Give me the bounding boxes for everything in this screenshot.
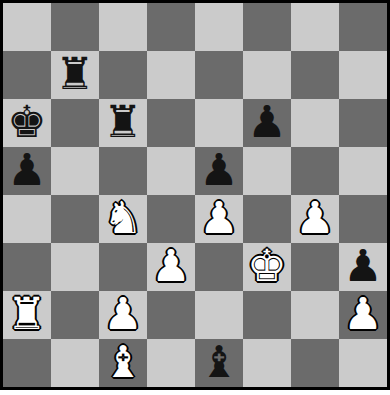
square-h7[interactable] — [339, 51, 387, 99]
square-g8[interactable] — [291, 3, 339, 51]
black-pawn-f6: ♟ — [247, 99, 286, 146]
white-rook-a2: ♜ — [7, 291, 46, 338]
square-d3[interactable]: ♟ — [147, 243, 195, 291]
white-knight-c4: ♞ — [103, 195, 142, 242]
square-d6[interactable] — [147, 99, 195, 147]
square-c5[interactable] — [99, 147, 147, 195]
square-f1[interactable] — [243, 339, 291, 387]
square-g5[interactable] — [291, 147, 339, 195]
square-e4[interactable]: ♟ — [195, 195, 243, 243]
square-d5[interactable] — [147, 147, 195, 195]
square-f2[interactable] — [243, 291, 291, 339]
square-h1[interactable] — [339, 339, 387, 387]
black-rook-c6: ♜ — [103, 99, 142, 146]
white-pawn-d3: ♟ — [151, 243, 190, 290]
square-h6[interactable] — [339, 99, 387, 147]
square-h8[interactable] — [339, 3, 387, 51]
square-c1[interactable]: ♝ — [99, 339, 147, 387]
square-c7[interactable] — [99, 51, 147, 99]
square-g1[interactable] — [291, 339, 339, 387]
square-e3[interactable] — [195, 243, 243, 291]
white-king-f3: ♚ — [247, 243, 286, 290]
square-c4[interactable]: ♞ — [99, 195, 147, 243]
square-f6[interactable]: ♟ — [243, 99, 291, 147]
square-h5[interactable] — [339, 147, 387, 195]
square-d1[interactable] — [147, 339, 195, 387]
white-pawn-e4: ♟ — [199, 195, 238, 242]
square-a4[interactable] — [3, 195, 51, 243]
square-f5[interactable] — [243, 147, 291, 195]
square-b7[interactable]: ♜ — [51, 51, 99, 99]
black-bishop-e1: ♝ — [199, 339, 238, 386]
square-f3[interactable]: ♚ — [243, 243, 291, 291]
square-b1[interactable] — [51, 339, 99, 387]
square-b5[interactable] — [51, 147, 99, 195]
square-b4[interactable] — [51, 195, 99, 243]
square-b2[interactable] — [51, 291, 99, 339]
black-rook-b7: ♜ — [55, 51, 94, 98]
square-e7[interactable] — [195, 51, 243, 99]
square-g4[interactable]: ♟ — [291, 195, 339, 243]
chess-board: ♜♚♜♟♟♟♞♟♟♟♚♟♜♟♟♝♝ — [3, 3, 387, 387]
square-e8[interactable] — [195, 3, 243, 51]
square-f7[interactable] — [243, 51, 291, 99]
square-a3[interactable] — [3, 243, 51, 291]
square-e2[interactable] — [195, 291, 243, 339]
square-c2[interactable]: ♟ — [99, 291, 147, 339]
square-d8[interactable] — [147, 3, 195, 51]
square-c3[interactable] — [99, 243, 147, 291]
square-h4[interactable] — [339, 195, 387, 243]
square-e1[interactable]: ♝ — [195, 339, 243, 387]
square-e5[interactable]: ♟ — [195, 147, 243, 195]
bottom-margin — [0, 390, 390, 395]
square-c6[interactable]: ♜ — [99, 99, 147, 147]
square-g2[interactable] — [291, 291, 339, 339]
square-b8[interactable] — [51, 3, 99, 51]
square-b3[interactable] — [51, 243, 99, 291]
square-a6[interactable]: ♚ — [3, 99, 51, 147]
square-d2[interactable] — [147, 291, 195, 339]
square-h3[interactable]: ♟ — [339, 243, 387, 291]
chess-board-frame: ♜♚♜♟♟♟♞♟♟♟♚♟♜♟♟♝♝ — [0, 0, 390, 390]
square-d4[interactable] — [147, 195, 195, 243]
square-g7[interactable] — [291, 51, 339, 99]
black-pawn-h3: ♟ — [343, 243, 382, 290]
white-pawn-c2: ♟ — [103, 291, 142, 338]
black-king-a6: ♚ — [7, 99, 46, 146]
square-e6[interactable] — [195, 99, 243, 147]
square-h2[interactable]: ♟ — [339, 291, 387, 339]
square-d7[interactable] — [147, 51, 195, 99]
square-b6[interactable] — [51, 99, 99, 147]
square-a5[interactable]: ♟ — [3, 147, 51, 195]
square-g6[interactable] — [291, 99, 339, 147]
square-c8[interactable] — [99, 3, 147, 51]
white-bishop-c1: ♝ — [103, 339, 142, 386]
square-a7[interactable] — [3, 51, 51, 99]
white-pawn-h2: ♟ — [343, 291, 382, 338]
square-f4[interactable] — [243, 195, 291, 243]
black-pawn-a5: ♟ — [7, 147, 46, 194]
square-a2[interactable]: ♜ — [3, 291, 51, 339]
square-a1[interactable] — [3, 339, 51, 387]
square-f8[interactable] — [243, 3, 291, 51]
square-g3[interactable] — [291, 243, 339, 291]
black-pawn-e5: ♟ — [199, 147, 238, 194]
square-a8[interactable] — [3, 3, 51, 51]
white-pawn-g4: ♟ — [295, 195, 334, 242]
